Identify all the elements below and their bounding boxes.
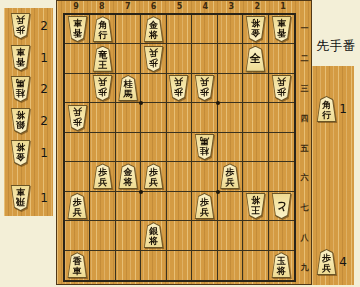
- square-8g[interactable]: [90, 192, 115, 221]
- square-7f[interactable]: 金将: [116, 162, 141, 191]
- square-7d[interactable]: [116, 103, 141, 132]
- gote-hand-row: 香車1: [4, 44, 53, 72]
- square-4e[interactable]: 桂馬: [192, 133, 217, 162]
- piece-gote-8c[interactable]: 歩兵: [92, 75, 113, 101]
- square-9i[interactable]: 香車: [65, 251, 90, 280]
- square-6i[interactable]: [141, 251, 166, 280]
- file-label: 6: [141, 1, 167, 12]
- square-6f[interactable]: 歩兵: [141, 162, 166, 191]
- shogi-board: 987654321 香車角行金将金将香車竜王歩兵全歩兵桂馬歩兵歩兵歩兵歩兵桂馬歩…: [56, 0, 312, 285]
- star-point: [216, 190, 220, 194]
- piece-sente-7f[interactable]: 金将: [118, 163, 139, 189]
- square-7e[interactable]: [116, 133, 141, 162]
- square-6e[interactable]: [141, 133, 166, 162]
- piece-gote-2g[interactable]: 王将: [245, 193, 266, 219]
- square-8i[interactable]: [90, 251, 115, 280]
- square-2g[interactable]: 王将: [243, 192, 268, 221]
- turn-indicator: 先手番: [312, 38, 360, 55]
- square-7g[interactable]: [116, 192, 141, 221]
- square-5a[interactable]: [167, 15, 192, 44]
- piece-sente-9i[interactable]: 香車: [67, 252, 88, 278]
- square-9b[interactable]: [65, 44, 90, 73]
- square-4i[interactable]: [192, 251, 217, 280]
- rank-label: 四: [297, 113, 312, 124]
- square-5e[interactable]: [167, 133, 192, 162]
- square-1e[interactable]: [269, 133, 294, 162]
- square-1d[interactable]: [269, 103, 294, 132]
- hand-count: 2: [40, 19, 48, 33]
- square-5b[interactable]: [167, 44, 192, 73]
- piece-gote-2a[interactable]: 金将: [245, 16, 266, 42]
- square-3i[interactable]: [218, 251, 243, 280]
- square-5h[interactable]: [167, 221, 192, 250]
- piece-sente-8f[interactable]: 歩兵: [92, 163, 113, 189]
- piece-sente-3f[interactable]: 歩兵: [219, 163, 240, 189]
- piece-gote-in-hand[interactable]: 香車: [10, 45, 31, 71]
- square-7h[interactable]: [116, 221, 141, 250]
- square-3d[interactable]: [218, 103, 243, 132]
- piece-gote-in-hand[interactable]: 飛車: [10, 185, 31, 211]
- gote-hand-row: 歩兵2: [4, 12, 53, 40]
- gote-hand-row: 金将1: [4, 139, 53, 167]
- square-8c[interactable]: 歩兵: [90, 74, 115, 103]
- gote-hand-row: 飛車1: [4, 184, 53, 212]
- piece-sente-2b[interactable]: 全: [245, 46, 266, 72]
- square-3b[interactable]: [218, 44, 243, 73]
- square-8f[interactable]: 歩兵: [90, 162, 115, 191]
- sente-captured-stand: 角行1歩兵4: [312, 66, 354, 285]
- square-8h[interactable]: [90, 221, 115, 250]
- square-2a[interactable]: 金将: [243, 15, 268, 44]
- rank-label: 五: [297, 143, 312, 154]
- gote-hand-row: 桂馬2: [4, 75, 53, 103]
- rank-label: 七: [297, 202, 312, 213]
- piece-gote-9d[interactable]: 歩兵: [67, 105, 88, 131]
- square-5c[interactable]: 歩兵: [167, 74, 192, 103]
- square-2f[interactable]: [243, 162, 268, 191]
- square-6b[interactable]: 歩兵: [141, 44, 166, 73]
- square-3e[interactable]: [218, 133, 243, 162]
- piece-sente-8a[interactable]: 角行: [92, 16, 113, 42]
- sente-hand-row: 歩兵4: [314, 247, 352, 277]
- square-1c[interactable]: 歩兵: [269, 74, 294, 103]
- square-9g[interactable]: 歩兵: [65, 192, 90, 221]
- piece-gote-6b[interactable]: 歩兵: [143, 46, 164, 72]
- piece-gote-4e[interactable]: 桂馬: [194, 134, 215, 160]
- file-label: 7: [115, 1, 141, 12]
- hand-count: 1: [40, 51, 48, 65]
- sente-hand-row: 角行1: [314, 94, 352, 124]
- piece-gote-4c[interactable]: 歩兵: [194, 75, 215, 101]
- square-8e[interactable]: [90, 133, 115, 162]
- file-label: 3: [218, 1, 244, 12]
- piece-sente-8b[interactable]: 竜王: [92, 46, 113, 72]
- square-7i[interactable]: [116, 251, 141, 280]
- hand-count: 2: [40, 114, 48, 128]
- square-5f[interactable]: [167, 162, 192, 191]
- piece-gote-1c[interactable]: 歩兵: [271, 75, 292, 101]
- square-4c[interactable]: 歩兵: [192, 74, 217, 103]
- piece-sente-in-hand[interactable]: 歩兵: [316, 249, 337, 275]
- square-3h[interactable]: [218, 221, 243, 250]
- gote-hand-row: 銀将2: [4, 107, 53, 135]
- piece-sente-6h[interactable]: 銀将: [143, 222, 164, 248]
- square-4d[interactable]: [192, 103, 217, 132]
- piece-sente-4g[interactable]: 歩兵: [194, 193, 215, 219]
- square-2e[interactable]: [243, 133, 268, 162]
- square-2b[interactable]: 全: [243, 44, 268, 73]
- rank-label: 八: [297, 232, 312, 243]
- file-label: 4: [192, 1, 218, 12]
- piece-gote-in-hand[interactable]: 歩兵: [10, 13, 31, 39]
- square-7a[interactable]: [116, 15, 141, 44]
- rank-label: 三: [297, 83, 312, 94]
- square-9d[interactable]: 歩兵: [65, 103, 90, 132]
- square-7b[interactable]: [116, 44, 141, 73]
- square-1a[interactable]: 香車: [269, 15, 294, 44]
- piece-sente-6f[interactable]: 歩兵: [143, 163, 164, 189]
- piece-sente-6a[interactable]: 金将: [143, 16, 164, 42]
- piece-sente-9g[interactable]: 歩兵: [67, 193, 88, 219]
- square-1b[interactable]: [269, 44, 294, 73]
- file-labels: 987654321: [63, 1, 296, 12]
- square-2d[interactable]: [243, 103, 268, 132]
- square-6g[interactable]: [141, 192, 166, 221]
- file-label: 2: [244, 1, 270, 12]
- square-4f[interactable]: [192, 162, 217, 191]
- shogi-diagram: 歩兵2香車1桂馬2銀将2金将1飛車1 987654321 香車角行金将金将香車竜…: [0, 0, 360, 287]
- square-8a[interactable]: 角行: [90, 15, 115, 44]
- square-5i[interactable]: [167, 251, 192, 280]
- square-1i[interactable]: 玉将: [269, 251, 294, 280]
- file-label: 1: [270, 1, 296, 12]
- piece-gote-9a[interactable]: 香車: [67, 16, 88, 42]
- square-3a[interactable]: [218, 15, 243, 44]
- rank-label: 二: [297, 53, 312, 64]
- hand-count: 1: [40, 146, 48, 160]
- gote-captured-stand: 歩兵2香車1桂馬2銀将2金将1飛車1: [4, 8, 53, 216]
- square-9a[interactable]: 香車: [65, 15, 90, 44]
- square-4h[interactable]: [192, 221, 217, 250]
- hand-count: 2: [40, 82, 48, 96]
- file-label: 8: [89, 1, 115, 12]
- square-7c[interactable]: 桂馬: [116, 74, 141, 103]
- file-label: 5: [167, 1, 193, 12]
- board-grid: 香車角行金将金将香車竜王歩兵全歩兵桂馬歩兵歩兵歩兵歩兵桂馬歩兵金将歩兵歩兵歩兵歩…: [63, 13, 296, 282]
- piece-gote-1a[interactable]: 香車: [271, 16, 292, 42]
- square-6c[interactable]: [141, 74, 166, 103]
- square-6d[interactable]: [141, 103, 166, 132]
- square-3f[interactable]: 歩兵: [218, 162, 243, 191]
- square-2i[interactable]: [243, 251, 268, 280]
- square-1g[interactable]: と: [269, 192, 294, 221]
- piece-gote-5c[interactable]: 歩兵: [168, 75, 189, 101]
- piece-gote-in-hand[interactable]: 銀将: [10, 108, 31, 134]
- square-9f[interactable]: [65, 162, 90, 191]
- square-4g[interactable]: 歩兵: [192, 192, 217, 221]
- square-1h[interactable]: [269, 221, 294, 250]
- file-label: 9: [63, 1, 89, 12]
- square-1f[interactable]: [269, 162, 294, 191]
- square-3g[interactable]: [218, 192, 243, 221]
- rank-label: 九: [297, 262, 312, 273]
- rank-label: 一: [297, 23, 312, 34]
- square-9c[interactable]: [65, 74, 90, 103]
- piece-sente-in-hand[interactable]: 角行: [316, 96, 337, 122]
- square-5d[interactable]: [167, 103, 192, 132]
- square-3c[interactable]: [218, 74, 243, 103]
- hand-count: 1: [339, 102, 347, 116]
- square-6h[interactable]: 銀将: [141, 221, 166, 250]
- square-9h[interactable]: [65, 221, 90, 250]
- piece-gote-in-hand[interactable]: 桂馬: [10, 76, 31, 102]
- hand-count: 4: [339, 255, 347, 269]
- square-4a[interactable]: [192, 15, 217, 44]
- square-9e[interactable]: [65, 133, 90, 162]
- hand-count: 1: [40, 191, 48, 205]
- piece-gote-in-hand[interactable]: 金将: [10, 140, 31, 166]
- piece-sente-1i[interactable]: 玉将: [271, 252, 292, 278]
- square-4b[interactable]: [192, 44, 217, 73]
- square-2c[interactable]: [243, 74, 268, 103]
- piece-sente-7c[interactable]: 桂馬: [118, 75, 139, 101]
- rank-label: 六: [297, 172, 312, 183]
- square-5g[interactable]: [167, 192, 192, 221]
- piece-gote-1g[interactable]: と: [271, 193, 292, 219]
- square-8b[interactable]: 竜王: [90, 44, 115, 73]
- square-8d[interactable]: [90, 103, 115, 132]
- square-2h[interactable]: [243, 221, 268, 250]
- square-6a[interactable]: 金将: [141, 15, 166, 44]
